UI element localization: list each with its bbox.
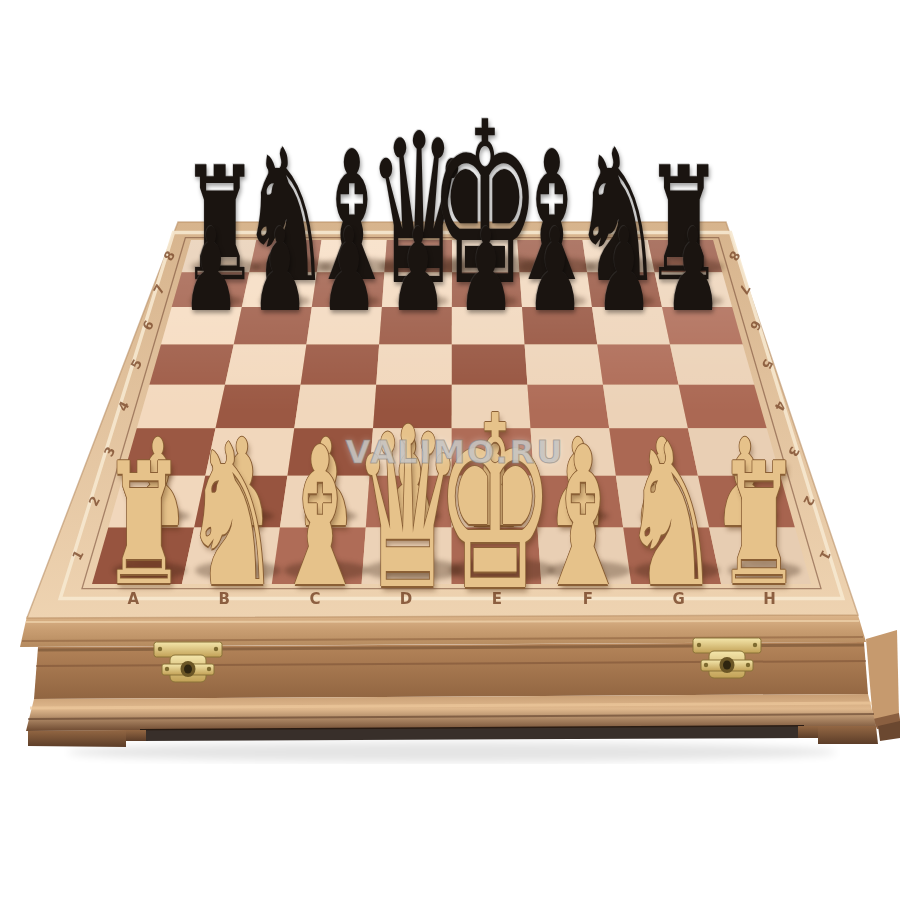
piece-black-pawn-a7[interactable]: ♟ (182, 213, 240, 328)
piece-black-pawn-c7[interactable]: ♟ (320, 213, 378, 328)
piece-black-pawn-h7[interactable]: ♟ (664, 213, 722, 328)
watermark: VALIMO.RU (346, 433, 565, 471)
piece-black-pawn-g7[interactable]: ♟ (595, 213, 653, 328)
piece-white-rook-h1[interactable]: ♜ (717, 441, 801, 609)
piece-white-rook-a1[interactable]: ♜ (102, 441, 186, 609)
piece-black-pawn-e7[interactable]: ♟ (457, 213, 515, 328)
piece-white-knight-b1[interactable]: ♞ (183, 418, 281, 614)
piece-black-pawn-b7[interactable]: ♟ (251, 213, 309, 328)
piece-white-knight-g1[interactable]: ♞ (622, 418, 720, 614)
piece-black-pawn-d7[interactable]: ♟ (389, 213, 447, 328)
piece-black-pawn-f7[interactable]: ♟ (526, 213, 584, 328)
chess-set-photo: ABCDEFGH8765432187654321 ♜♞♝♛♚♝♞♜♟♟♟♟♟♟♟… (0, 0, 900, 900)
